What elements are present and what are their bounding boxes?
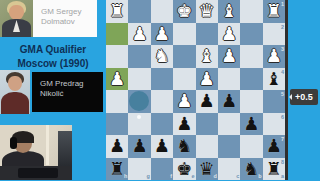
square[interactable]: ♟ [128,135,150,158]
square[interactable]: ♟ [218,90,240,113]
move-dot-hint [137,115,141,119]
square[interactable] [106,23,128,46]
square[interactable]: ♟ [128,23,150,46]
streamer-webcam [0,125,72,180]
square[interactable]: ♟7 [263,135,285,158]
square[interactable]: ♞b [240,158,262,181]
square[interactable]: ♜ [106,0,128,23]
square[interactable] [106,113,128,136]
square[interactable]: ♟ [218,45,240,68]
square[interactable] [173,23,195,46]
square[interactable] [196,23,218,46]
player-name-line: Dolmatov [41,17,97,27]
square[interactable]: ♜1 [263,0,285,23]
square[interactable] [106,90,128,113]
square[interactable] [173,68,195,91]
file-coordinate: e [191,173,194,179]
rank-coordinate: 4 [281,69,284,75]
square[interactable] [128,0,150,23]
square[interactable] [218,68,240,91]
piece-wQ[interactable]: ♛ [196,0,218,23]
piece-wB[interactable]: ♝ [196,45,218,68]
piece-wP[interactable]: ♟ [196,68,218,91]
square[interactable] [196,113,218,136]
piece-wP[interactable]: ♟ [173,90,195,113]
square[interactable] [151,113,173,136]
square[interactable]: ♝ [196,45,218,68]
square[interactable]: ♟ [196,90,218,113]
square[interactable] [151,0,173,23]
piece-wP[interactable]: ♟ [106,68,128,91]
photo-face [8,76,22,91]
square[interactable]: ♟ [151,135,173,158]
square[interactable] [240,135,262,158]
chess-board[interactable]: ♜♚♛♝♜1♟♟♟2♞♝♟♟3♟♟♝4♟♟♟5♟♟6♟♟♟♞♟7♜hgf♚e♛d… [106,0,288,180]
square[interactable]: ♟3 [263,45,285,68]
piece-bP[interactable]: ♟ [128,135,150,158]
square[interactable]: ♚ [173,0,195,23]
rank-coordinate: 6 [281,114,284,120]
square[interactable] [240,90,262,113]
file-coordinate: g [146,173,149,179]
piece-wP[interactable]: ♟ [128,23,150,46]
square[interactable]: ♛d [196,158,218,181]
square[interactable]: ♟ [196,68,218,91]
piece-wP[interactable]: ♟ [218,45,240,68]
square[interactable]: ♝4 [263,68,285,91]
piece-bP[interactable]: ♟ [173,113,195,136]
rank-coordinate: 1 [281,1,284,7]
player-card-top: GM Sergey Dolmatov [33,0,97,37]
square[interactable]: c [218,158,240,181]
event-title: GMA Qualifier Moscow (1990) [0,43,106,71]
square[interactable]: ♟ [173,90,195,113]
file-coordinate: c [236,173,239,179]
player-name-line: GM Sergey [41,7,97,17]
piece-wK[interactable]: ♚ [173,0,195,23]
square[interactable]: ♟ [106,135,128,158]
piece-bP[interactable]: ♟ [240,113,262,136]
engine-eval-badge: +0.5 [290,89,318,105]
player-name-line: Nikolić [40,89,103,99]
rank-coordinate: 7 [281,136,284,142]
square[interactable]: ♟ [151,23,173,46]
square[interactable] [151,90,173,113]
square[interactable] [240,45,262,68]
square[interactable]: ♟ [240,113,262,136]
square[interactable] [218,113,240,136]
webcam-monitor [58,131,72,171]
square[interactable]: ♞ [173,135,195,158]
piece-wB[interactable]: ♝ [218,0,240,23]
event-title-line1: GMA Qualifier [0,43,106,57]
rank-coordinate: 8 [281,159,284,165]
webcam-headphones [10,137,17,149]
piece-wR[interactable]: ♜ [106,0,128,23]
piece-bP[interactable]: ♟ [151,135,173,158]
square[interactable]: ♟ [173,113,195,136]
square[interactable]: ♞ [151,45,173,68]
square[interactable]: f [151,158,173,181]
square[interactable] [240,0,262,23]
piece-bP[interactable]: ♟ [106,135,128,158]
webcam-doorframe [46,125,49,165]
square[interactable] [218,135,240,158]
square[interactable] [173,45,195,68]
player-name-line: GM Predrag [40,79,103,89]
square[interactable] [151,68,173,91]
square[interactable]: g [128,158,150,181]
photo-face [9,5,24,20]
file-coordinate: h [124,173,127,179]
piece-wN[interactable]: ♞ [151,45,173,68]
square[interactable] [128,113,150,136]
piece-bN[interactable]: ♞ [173,135,195,158]
piece-wP[interactable]: ♟ [151,23,173,46]
square[interactable]: 2 [263,23,285,46]
square[interactable]: ♚e [173,158,195,181]
square[interactable] [128,68,150,91]
webcam-keyboard [18,168,58,178]
rank-coordinate: 5 [281,91,284,97]
square[interactable]: 5 [263,90,285,113]
player-photo-nikolic [0,70,30,114]
player-photo-dolmatov [0,0,33,37]
square[interactable] [196,135,218,158]
piece-wP[interactable]: ♟ [218,23,240,46]
square[interactable] [128,90,150,113]
piece-bP[interactable]: ♟ [218,90,240,113]
square[interactable] [240,23,262,46]
file-coordinate: d [214,173,217,179]
square[interactable]: 6 [263,113,285,136]
file-coordinate: a [281,173,284,179]
player-card-bottom: GM Predrag Nikolić [32,72,103,112]
square[interactable] [128,45,150,68]
photo-torso [1,92,29,114]
event-title-line2: Moscow (1990) [0,57,106,71]
square[interactable]: ♟ [218,23,240,46]
square[interactable]: ♛ [196,0,218,23]
square[interactable]: ♜h [106,158,128,181]
square[interactable]: ♜8a [263,158,285,181]
rank-coordinate: 3 [281,46,284,52]
rank-coordinate: 2 [281,24,284,30]
square[interactable] [240,68,262,91]
square[interactable]: ♝ [218,0,240,23]
file-coordinate: b [258,173,261,179]
move-circle-highlight [129,91,149,111]
square[interactable] [106,45,128,68]
file-coordinate: f [170,173,172,179]
piece-bP[interactable]: ♟ [196,90,218,113]
square[interactable]: ♟ [106,68,128,91]
